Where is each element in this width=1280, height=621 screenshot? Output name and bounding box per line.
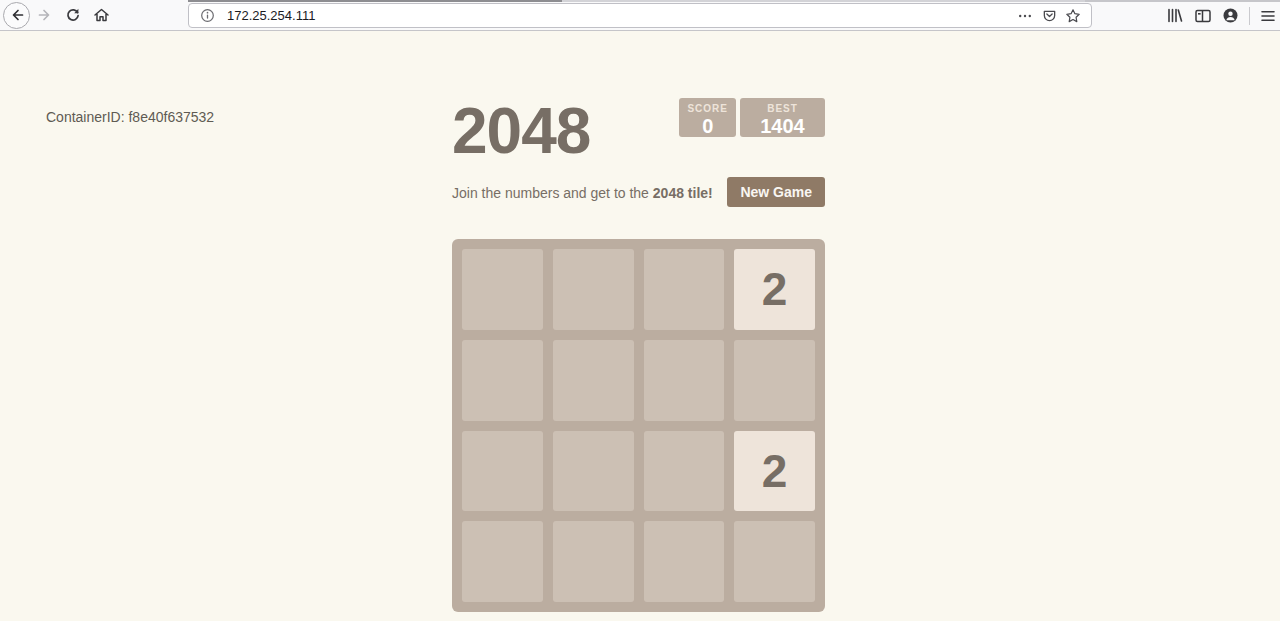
empty-cell	[644, 249, 725, 330]
empty-cell	[462, 340, 543, 421]
best-label: BEST	[748, 103, 817, 115]
forward-button[interactable]	[32, 2, 58, 28]
menu-icon[interactable]	[1260, 9, 1276, 23]
sidebar-icon[interactable]	[1194, 8, 1212, 24]
pocket-icon[interactable]	[1037, 5, 1061, 27]
back-icon	[9, 7, 25, 23]
empty-cell	[553, 521, 634, 602]
bookmark-star-icon[interactable]	[1061, 5, 1085, 27]
board: 22	[452, 239, 825, 612]
empty-cell	[553, 340, 634, 421]
subtitle-text: Join the numbers and get to the	[452, 185, 653, 201]
empty-cell	[462, 249, 543, 330]
score-label: SCORE	[687, 103, 728, 115]
home-icon	[93, 7, 110, 23]
reload-icon	[65, 7, 81, 23]
game-title: 2048	[452, 100, 590, 162]
toolbar-separator	[1249, 7, 1250, 25]
window-top-edge	[188, 0, 562, 2]
url-bar[interactable]: 172.25.254.111	[188, 3, 1092, 28]
tile-2: 2	[734, 249, 815, 330]
best-value: 1404	[748, 115, 817, 137]
empty-cell	[462, 431, 543, 512]
empty-cell	[553, 431, 634, 512]
page-content: ContainerID: f8e40f637532 2048 SCORE 0 B…	[0, 32, 1280, 621]
info-icon[interactable]	[195, 5, 219, 27]
best-box: BEST 1404	[740, 98, 825, 137]
empty-cell	[734, 521, 815, 602]
window-top-edge	[562, 0, 1085, 2]
game-subtitle: Join the numbers and get to the 2048 til…	[452, 183, 713, 203]
empty-cell	[644, 521, 725, 602]
container-id-label: ContainerID: f8e40f637532	[46, 109, 214, 125]
score-panel: SCORE 0 BEST 1404	[679, 98, 825, 137]
game-2048: 2048 SCORE 0 BEST 1404 Join the numbers …	[452, 32, 825, 621]
subtitle-bold-text: 2048 tile!	[653, 185, 713, 201]
page-actions-icon[interactable]	[1013, 5, 1037, 27]
account-icon[interactable]	[1222, 7, 1239, 24]
tile-2: 2	[734, 431, 815, 512]
reload-button[interactable]	[60, 2, 86, 28]
empty-cell	[644, 340, 725, 421]
library-icon[interactable]	[1166, 7, 1184, 24]
url-text[interactable]: 172.25.254.111	[227, 8, 1013, 23]
empty-cell	[644, 431, 725, 512]
browser-toolbar: 172.25.254.111	[0, 0, 1280, 31]
empty-cell	[462, 521, 543, 602]
forward-icon	[37, 7, 53, 23]
score-box: SCORE 0	[679, 98, 736, 137]
empty-cell	[734, 340, 815, 421]
back-button[interactable]	[3, 2, 30, 29]
empty-cell	[553, 249, 634, 330]
new-game-button[interactable]: New Game	[727, 177, 825, 207]
home-button[interactable]	[88, 2, 114, 28]
score-value: 0	[687, 115, 728, 137]
